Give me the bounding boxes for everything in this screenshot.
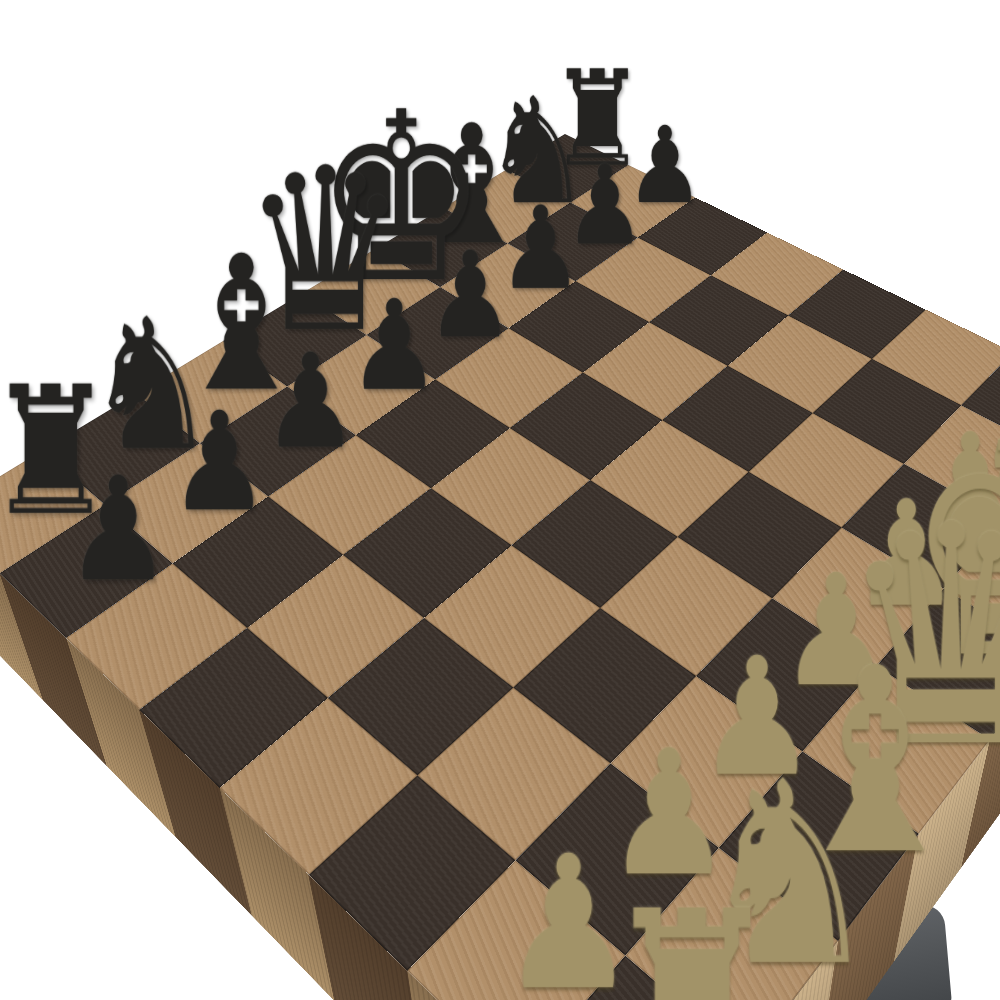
piece-white-rook-a1[interactable]: ♜	[599, 884, 784, 1000]
product-photo: ♜♞♝♛♚♝♞♜♟♟♟♟♟♟♟♟♟♟♟♟♟♟♟♟♜♞♝♛♚♝♞♜	[0, 0, 1000, 1000]
piece-black-pawn-d7[interactable]: ♟	[348, 287, 440, 405]
chess-board: ♜♞♝♛♚♝♞♜♟♟♟♟♟♟♟♟♟♟♟♟♟♟♟♟♜♞♝♛♚♝♞♜	[0, 134, 1000, 1000]
piece-black-pawn-b7[interactable]: ♟	[169, 397, 269, 527]
piece-black-pawn-a7[interactable]: ♟	[65, 461, 171, 597]
scene: ♜♞♝♛♚♝♞♜♟♟♟♟♟♟♟♟♟♟♟♟♟♟♟♟♜♞♝♛♚♝♞♜	[0, 0, 1000, 1000]
piece-black-pawn-c7[interactable]: ♟	[262, 340, 358, 464]
